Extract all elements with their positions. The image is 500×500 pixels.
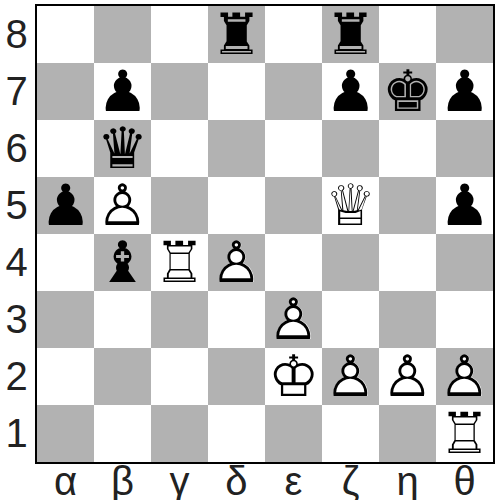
square-e8[interactable] [265, 6, 322, 63]
white-pawn-e3[interactable]: ♟♙ [265, 291, 322, 348]
square-g4[interactable] [379, 234, 436, 291]
white-pawn-d4[interactable]: ♟♙ [208, 234, 265, 291]
rank-label-4: 4 [0, 234, 33, 291]
square-h4[interactable] [436, 234, 493, 291]
square-c4[interactable]: ♜♖ [151, 234, 208, 291]
square-f2[interactable]: ♟♙ [322, 348, 379, 405]
square-g2[interactable]: ♟♙ [379, 348, 436, 405]
square-b1[interactable] [94, 405, 151, 462]
square-e1[interactable] [265, 405, 322, 462]
square-e5[interactable] [265, 177, 322, 234]
square-c6[interactable] [151, 120, 208, 177]
square-f3[interactable] [322, 291, 379, 348]
black-rook-d8[interactable]: ♜ [208, 6, 265, 63]
square-e2[interactable]: ♚♔ [265, 348, 322, 405]
square-g5[interactable] [379, 177, 436, 234]
black-queen-b6[interactable]: ♛ [94, 120, 151, 177]
file-label-a: α [37, 460, 94, 500]
black-pawn-h5[interactable]: ♟ [436, 177, 493, 234]
square-h2[interactable]: ♟♙ [436, 348, 493, 405]
white-pawn-f2[interactable]: ♟♙ [322, 348, 379, 405]
square-e4[interactable] [265, 234, 322, 291]
file-labels: αβγδεζηθ [37, 460, 493, 500]
square-c1[interactable] [151, 405, 208, 462]
square-a4[interactable] [37, 234, 94, 291]
black-pawn-f7[interactable]: ♟ [322, 63, 379, 120]
square-b4[interactable]: ♝ [94, 234, 151, 291]
square-e3[interactable]: ♟♙ [265, 291, 322, 348]
file-label-e: ε [265, 460, 322, 500]
square-f1[interactable] [322, 405, 379, 462]
square-c8[interactable] [151, 6, 208, 63]
file-label-b: β [94, 460, 151, 500]
white-pawn-h2[interactable]: ♟♙ [436, 348, 493, 405]
white-king-e2[interactable]: ♚♔ [265, 348, 322, 405]
square-c2[interactable] [151, 348, 208, 405]
square-h3[interactable] [436, 291, 493, 348]
square-h6[interactable] [436, 120, 493, 177]
square-b8[interactable] [94, 6, 151, 63]
white-rook-h1[interactable]: ♜♖ [436, 405, 493, 462]
square-d3[interactable] [208, 291, 265, 348]
square-e6[interactable] [265, 120, 322, 177]
square-b5[interactable]: ♟♙ [94, 177, 151, 234]
square-h7[interactable]: ♟ [436, 63, 493, 120]
chess-diagram: 87654321 ♜♜♟♟♚♟♛♟♟♙♛♕♟♝♜♖♟♙♟♙♚♔♟♙♟♙♟♙♜♖ … [0, 0, 500, 500]
square-d2[interactable] [208, 348, 265, 405]
square-d1[interactable] [208, 405, 265, 462]
square-c7[interactable] [151, 63, 208, 120]
rank-label-5: 5 [0, 177, 33, 234]
square-c3[interactable] [151, 291, 208, 348]
square-h5[interactable]: ♟ [436, 177, 493, 234]
rank-labels: 87654321 [0, 6, 33, 462]
square-g7[interactable]: ♚ [379, 63, 436, 120]
black-king-g7[interactable]: ♚ [379, 63, 436, 120]
black-rook-f8[interactable]: ♜ [322, 6, 379, 63]
file-label-d: δ [208, 460, 265, 500]
square-f6[interactable] [322, 120, 379, 177]
square-f7[interactable]: ♟ [322, 63, 379, 120]
square-a5[interactable]: ♟ [37, 177, 94, 234]
white-rook-c4[interactable]: ♜♖ [151, 234, 208, 291]
rank-label-1: 1 [0, 405, 33, 462]
square-d7[interactable] [208, 63, 265, 120]
rank-label-6: 6 [0, 120, 33, 177]
square-a1[interactable] [37, 405, 94, 462]
white-pawn-b5[interactable]: ♟♙ [94, 177, 151, 234]
rank-label-7: 7 [0, 63, 33, 120]
file-label-g: η [379, 460, 436, 500]
square-d6[interactable] [208, 120, 265, 177]
square-d5[interactable] [208, 177, 265, 234]
white-pawn-g2[interactable]: ♟♙ [379, 348, 436, 405]
black-pawn-a5[interactable]: ♟ [37, 177, 94, 234]
square-g3[interactable] [379, 291, 436, 348]
square-g1[interactable] [379, 405, 436, 462]
black-bishop-b4[interactable]: ♝ [94, 234, 151, 291]
rank-label-2: 2 [0, 348, 33, 405]
square-a8[interactable] [37, 6, 94, 63]
square-a3[interactable] [37, 291, 94, 348]
square-f5[interactable]: ♛♕ [322, 177, 379, 234]
black-pawn-b7[interactable]: ♟ [94, 63, 151, 120]
square-b2[interactable] [94, 348, 151, 405]
square-d4[interactable]: ♟♙ [208, 234, 265, 291]
square-g8[interactable] [379, 6, 436, 63]
square-d8[interactable]: ♜ [208, 6, 265, 63]
square-e7[interactable] [265, 63, 322, 120]
square-a2[interactable] [37, 348, 94, 405]
square-c5[interactable] [151, 177, 208, 234]
rank-label-8: 8 [0, 6, 33, 63]
square-f8[interactable]: ♜ [322, 6, 379, 63]
file-label-f: ζ [322, 460, 379, 500]
square-a7[interactable] [37, 63, 94, 120]
square-h1[interactable]: ♜♖ [436, 405, 493, 462]
square-f4[interactable] [322, 234, 379, 291]
file-label-h: θ [436, 460, 493, 500]
square-g6[interactable] [379, 120, 436, 177]
square-a6[interactable] [37, 120, 94, 177]
white-queen-f5[interactable]: ♛♕ [322, 177, 379, 234]
square-b3[interactable] [94, 291, 151, 348]
black-pawn-h7[interactable]: ♟ [436, 63, 493, 120]
rank-label-3: 3 [0, 291, 33, 348]
square-b6[interactable]: ♛ [94, 120, 151, 177]
file-label-c: γ [151, 460, 208, 500]
square-h8[interactable] [436, 6, 493, 63]
square-b7[interactable]: ♟ [94, 63, 151, 120]
chess-board: ♜♜♟♟♚♟♛♟♟♙♛♕♟♝♜♖♟♙♟♙♚♔♟♙♟♙♟♙♜♖ [35, 4, 495, 464]
